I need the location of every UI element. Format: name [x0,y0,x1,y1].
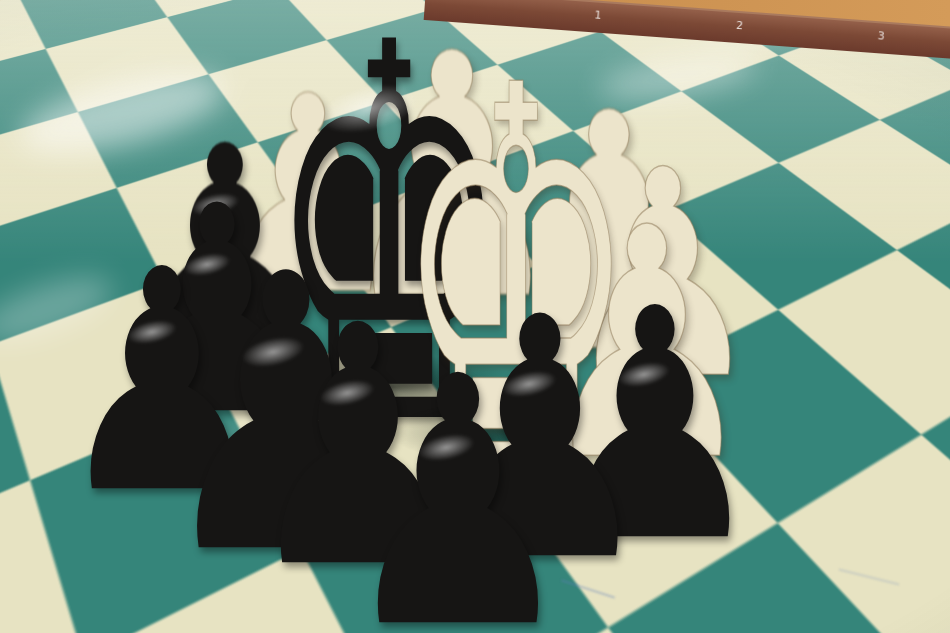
black-pawn[interactable]: ♟ [338,333,578,633]
pieces-layer: ♟♟♟♟♟♚♚♟♟♟♟♟♟♟♟ [0,0,950,633]
chess-photo-scene: 1 2 3 ♟♟♟♟♟♚♚♟♟♟♟♟♟♟♟ [0,0,950,633]
